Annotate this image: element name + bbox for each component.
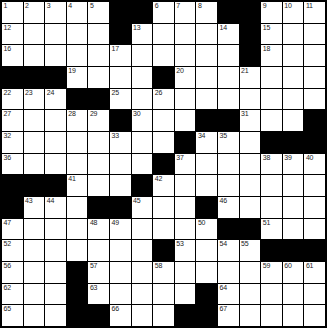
black-cell-r6c11 <box>218 110 239 131</box>
clue-number-7: 7 <box>176 2 180 10</box>
black-cell-r3c12 <box>240 45 261 66</box>
clue-number-30: 30 <box>133 110 140 118</box>
white-cell-r8c15[interactable]: 40 <box>304 154 325 175</box>
black-cell-r5c4 <box>67 89 88 110</box>
clue-number-35: 35 <box>220 132 227 140</box>
white-cell-r3c11[interactable] <box>218 45 239 66</box>
white-cell-r5c10[interactable] <box>196 89 217 110</box>
clue-number-3: 3 <box>47 2 51 10</box>
white-cell-r10c13[interactable] <box>261 197 282 218</box>
black-cell-r4c3 <box>45 67 66 88</box>
white-cell-r10c3[interactable]: 44 <box>45 197 66 218</box>
black-cell-r11c11 <box>218 219 239 240</box>
clue-number-21: 21 <box>241 67 248 75</box>
white-cell-r12c10[interactable] <box>196 240 217 261</box>
white-cell-r6c9[interactable] <box>175 110 196 131</box>
white-cell-r13c5[interactable]: 57 <box>88 262 109 283</box>
clue-number-15: 15 <box>263 24 270 32</box>
white-cell-r9c9[interactable] <box>175 175 196 196</box>
clue-number-44: 44 <box>47 197 54 205</box>
white-cell-r11c14[interactable] <box>283 219 304 240</box>
white-cell-r2c11[interactable]: 14 <box>218 24 239 45</box>
black-cell-r1c12 <box>240 2 261 23</box>
white-cell-r2c1[interactable]: 12 <box>2 24 23 45</box>
white-cell-r8c9[interactable]: 37 <box>175 154 196 175</box>
clue-number-18: 18 <box>263 45 270 53</box>
clue-number-9: 9 <box>263 2 267 10</box>
white-cell-r6c8[interactable] <box>153 110 174 131</box>
clue-number-11: 11 <box>306 2 313 10</box>
white-cell-r8c7[interactable] <box>132 154 153 175</box>
white-cell-r12c2[interactable] <box>24 240 45 261</box>
black-cell-r6c6 <box>110 110 131 131</box>
white-cell-r3c8[interactable] <box>153 45 174 66</box>
white-cell-r14c1[interactable]: 62 <box>2 284 23 305</box>
crossword-grid: 1234567891011121314151617181920212223242… <box>0 0 327 328</box>
clue-number-48: 48 <box>90 219 97 227</box>
clue-number-61: 61 <box>306 262 313 270</box>
white-cell-r8c5[interactable] <box>88 154 109 175</box>
clue-number-24: 24 <box>47 89 54 97</box>
white-cell-r10c9[interactable] <box>175 197 196 218</box>
clue-number-14: 14 <box>220 24 227 32</box>
black-cell-r2c6 <box>110 24 131 45</box>
white-cell-r14c9[interactable] <box>175 284 196 305</box>
white-cell-r13c15[interactable]: 61 <box>304 262 325 283</box>
clue-number-28: 28 <box>68 110 75 118</box>
white-cell-r5c7[interactable] <box>132 89 153 110</box>
white-cell-r1c8[interactable]: 6 <box>153 2 174 23</box>
clue-number-12: 12 <box>4 24 11 32</box>
white-cell-r13c14[interactable]: 60 <box>283 262 304 283</box>
clue-number-41: 41 <box>68 175 75 183</box>
clue-number-1: 1 <box>4 2 8 10</box>
clue-number-25: 25 <box>112 89 119 97</box>
white-cell-r2c8[interactable] <box>153 24 174 45</box>
clue-number-34: 34 <box>198 132 205 140</box>
clue-number-26: 26 <box>155 89 162 97</box>
clue-number-46: 46 <box>220 197 227 205</box>
white-cell-r15c11[interactable]: 67 <box>218 305 239 326</box>
white-cell-r13c9[interactable] <box>175 262 196 283</box>
white-cell-r2c14[interactable] <box>283 24 304 45</box>
white-cell-r7c7[interactable] <box>132 132 153 153</box>
white-cell-r9c12[interactable] <box>240 175 261 196</box>
clue-number-64: 64 <box>220 284 227 292</box>
white-cell-r12c5[interactable] <box>88 240 109 261</box>
white-cell-r13c1[interactable]: 56 <box>2 262 23 283</box>
black-cell-r9c3 <box>45 175 66 196</box>
clue-number-49: 49 <box>112 219 119 227</box>
white-cell-r9c6[interactable] <box>110 175 131 196</box>
white-cell-r10c8[interactable] <box>153 197 174 218</box>
clue-number-67: 67 <box>220 305 227 313</box>
clue-number-36: 36 <box>4 154 11 162</box>
white-cell-r2c13[interactable]: 15 <box>261 24 282 45</box>
white-cell-r8c10[interactable] <box>196 154 217 175</box>
white-cell-r2c9[interactable] <box>175 24 196 45</box>
white-cell-r3c5[interactable] <box>88 45 109 66</box>
white-cell-r11c3[interactable] <box>45 219 66 240</box>
white-cell-r2c10[interactable] <box>196 24 217 45</box>
white-cell-r7c8[interactable] <box>153 132 174 153</box>
clue-number-19: 19 <box>68 67 75 75</box>
white-cell-r8c14[interactable]: 39 <box>283 154 304 175</box>
white-cell-r4c4[interactable]: 19 <box>67 67 88 88</box>
white-cell-r15c2[interactable] <box>24 305 45 326</box>
white-cell-r15c3[interactable] <box>45 305 66 326</box>
clue-number-20: 20 <box>176 67 183 75</box>
white-cell-r9c13[interactable] <box>261 175 282 196</box>
white-cell-r7c4[interactable] <box>67 132 88 153</box>
white-cell-r13c2[interactable] <box>24 262 45 283</box>
white-cell-r7c1[interactable]: 32 <box>2 132 23 153</box>
white-cell-r13c8[interactable]: 58 <box>153 262 174 283</box>
white-cell-r9c8[interactable]: 42 <box>153 175 174 196</box>
white-cell-r9c5[interactable] <box>88 175 109 196</box>
white-cell-r1c13[interactable]: 9 <box>261 2 282 23</box>
white-cell-r8c1[interactable]: 36 <box>2 154 23 175</box>
clue-number-29: 29 <box>90 110 97 118</box>
black-cell-r12c14 <box>283 240 304 261</box>
clue-number-57: 57 <box>90 262 97 270</box>
white-cell-r6c5[interactable]: 29 <box>88 110 109 131</box>
black-cell-r1c11 <box>218 2 239 23</box>
clue-number-27: 27 <box>4 110 11 118</box>
clue-number-17: 17 <box>112 45 119 53</box>
black-cell-r15c10 <box>196 305 217 326</box>
white-cell-r2c3[interactable] <box>45 24 66 45</box>
white-cell-r7c3[interactable] <box>45 132 66 153</box>
white-cell-r5c12[interactable] <box>240 89 261 110</box>
white-cell-r15c6[interactable]: 66 <box>110 305 131 326</box>
black-cell-r4c2 <box>24 67 45 88</box>
white-cell-r8c12[interactable] <box>240 154 261 175</box>
clue-number-10: 10 <box>284 2 291 10</box>
clue-number-38: 38 <box>263 154 270 162</box>
black-cell-r15c5 <box>88 305 109 326</box>
white-cell-r1c10[interactable]: 8 <box>196 2 217 23</box>
clue-number-33: 33 <box>112 132 119 140</box>
clue-number-8: 8 <box>198 2 202 10</box>
black-cell-r15c9 <box>175 305 196 326</box>
black-cell-r14c4 <box>67 284 88 305</box>
white-cell-r11c5[interactable]: 48 <box>88 219 109 240</box>
white-cell-r5c3[interactable]: 24 <box>45 89 66 110</box>
clue-number-45: 45 <box>133 197 140 205</box>
white-cell-r4c5[interactable] <box>88 67 109 88</box>
black-cell-r12c13 <box>261 240 282 261</box>
clue-number-47: 47 <box>4 219 11 227</box>
clue-number-65: 65 <box>4 305 11 313</box>
white-cell-r4c11[interactable] <box>218 67 239 88</box>
clue-number-5: 5 <box>90 2 94 10</box>
white-cell-r3c2[interactable] <box>24 45 45 66</box>
white-cell-r11c10[interactable]: 50 <box>196 219 217 240</box>
white-cell-r10c14[interactable] <box>283 197 304 218</box>
clue-number-23: 23 <box>25 89 32 97</box>
white-cell-r13c3[interactable] <box>45 262 66 283</box>
white-cell-r11c9[interactable] <box>175 219 196 240</box>
clue-number-4: 4 <box>68 2 72 10</box>
white-cell-r13c11[interactable] <box>218 262 239 283</box>
white-cell-r11c7[interactable] <box>132 219 153 240</box>
white-cell-r4c7[interactable] <box>132 67 153 88</box>
black-cell-r15c4 <box>67 305 88 326</box>
black-cell-r13c4 <box>67 262 88 283</box>
black-cell-r7c14 <box>283 132 304 153</box>
white-cell-r7c11[interactable]: 35 <box>218 132 239 153</box>
clue-number-43: 43 <box>25 197 32 205</box>
black-cell-r7c13 <box>261 132 282 153</box>
white-cell-r4c12[interactable]: 21 <box>240 67 261 88</box>
black-cell-r10c5 <box>88 197 109 218</box>
black-cell-r4c1 <box>2 67 23 88</box>
white-cell-r4c13[interactable] <box>261 67 282 88</box>
white-cell-r14c13[interactable] <box>261 284 282 305</box>
white-cell-r6c13[interactable] <box>261 110 282 131</box>
white-cell-r15c12[interactable] <box>240 305 261 326</box>
white-cell-r7c2[interactable] <box>24 132 45 153</box>
black-cell-r7c9 <box>175 132 196 153</box>
white-cell-r1c1[interactable]: 1 <box>2 2 23 23</box>
white-cell-r15c7[interactable] <box>132 305 153 326</box>
white-cell-r15c15[interactable] <box>304 305 325 326</box>
white-cell-r10c15[interactable] <box>304 197 325 218</box>
white-cell-r13c12[interactable] <box>240 262 261 283</box>
white-cell-r8c3[interactable] <box>45 154 66 175</box>
clue-number-60: 60 <box>284 262 291 270</box>
white-cell-r14c15[interactable] <box>304 284 325 305</box>
white-cell-r6c7[interactable]: 30 <box>132 110 153 131</box>
white-cell-r2c5[interactable] <box>88 24 109 45</box>
white-cell-r2c15[interactable] <box>304 24 325 45</box>
clue-number-59: 59 <box>263 262 270 270</box>
white-cell-r13c10[interactable] <box>196 262 217 283</box>
white-cell-r5c13[interactable] <box>261 89 282 110</box>
white-cell-r3c6[interactable]: 17 <box>110 45 131 66</box>
clue-number-66: 66 <box>112 305 119 313</box>
black-cell-r10c1 <box>2 197 23 218</box>
white-cell-r3c1[interactable]: 16 <box>2 45 23 66</box>
white-cell-r5c6[interactable]: 25 <box>110 89 131 110</box>
white-cell-r13c7[interactable] <box>132 262 153 283</box>
black-cell-r7c15 <box>304 132 325 153</box>
white-cell-r2c4[interactable] <box>67 24 88 45</box>
white-cell-r9c10[interactable] <box>196 175 217 196</box>
white-cell-r4c15[interactable] <box>304 67 325 88</box>
white-cell-r11c15[interactable] <box>304 219 325 240</box>
white-cell-r12c1[interactable]: 52 <box>2 240 23 261</box>
white-cell-r15c13[interactable] <box>261 305 282 326</box>
white-cell-r6c1[interactable]: 27 <box>2 110 23 131</box>
white-cell-r11c6[interactable]: 49 <box>110 219 131 240</box>
black-cell-r1c7 <box>132 2 153 23</box>
clue-number-58: 58 <box>155 262 162 270</box>
black-cell-r6c15 <box>304 110 325 131</box>
white-cell-r15c1[interactable]: 65 <box>2 305 23 326</box>
white-cell-r12c3[interactable] <box>45 240 66 261</box>
white-cell-r6c14[interactable] <box>283 110 304 131</box>
black-cell-r8c8 <box>153 154 174 175</box>
black-cell-r5c5 <box>88 89 109 110</box>
white-cell-r10c11[interactable]: 46 <box>218 197 239 218</box>
white-cell-r5c2[interactable]: 23 <box>24 89 45 110</box>
clue-number-40: 40 <box>306 154 313 162</box>
white-cell-r5c1[interactable]: 22 <box>2 89 23 110</box>
white-cell-r12c7[interactable] <box>132 240 153 261</box>
clue-number-56: 56 <box>4 262 11 270</box>
black-cell-r9c1 <box>2 175 23 196</box>
white-cell-r1c4[interactable]: 4 <box>67 2 88 23</box>
white-cell-r5c9[interactable] <box>175 89 196 110</box>
white-cell-r10c12[interactable] <box>240 197 261 218</box>
white-cell-r14c8[interactable] <box>153 284 174 305</box>
black-cell-r9c7 <box>132 175 153 196</box>
white-cell-r6c3[interactable] <box>45 110 66 131</box>
white-cell-r11c8[interactable] <box>153 219 174 240</box>
white-cell-r12c12[interactable]: 55 <box>240 240 261 261</box>
white-cell-r9c11[interactable] <box>218 175 239 196</box>
white-cell-r8c4[interactable] <box>67 154 88 175</box>
black-cell-r14c10 <box>196 284 217 305</box>
white-cell-r14c12[interactable] <box>240 284 261 305</box>
white-cell-r12c6[interactable] <box>110 240 131 261</box>
clue-number-63: 63 <box>90 284 97 292</box>
white-cell-r14c14[interactable] <box>283 284 304 305</box>
white-cell-r15c14[interactable] <box>283 305 304 326</box>
white-cell-r3c15[interactable] <box>304 45 325 66</box>
black-cell-r6c10 <box>196 110 217 131</box>
white-cell-r3c3[interactable] <box>45 45 66 66</box>
white-cell-r10c2[interactable]: 43 <box>24 197 45 218</box>
white-cell-r11c13[interactable]: 51 <box>261 219 282 240</box>
white-cell-r11c2[interactable] <box>24 219 45 240</box>
white-cell-r1c2[interactable]: 2 <box>24 2 45 23</box>
white-cell-r3c7[interactable] <box>132 45 153 66</box>
white-cell-r6c12[interactable]: 31 <box>240 110 261 131</box>
white-cell-r4c6[interactable] <box>110 67 131 88</box>
clue-number-22: 22 <box>4 89 11 97</box>
white-cell-r1c9[interactable]: 7 <box>175 2 196 23</box>
black-cell-r10c6 <box>110 197 131 218</box>
clue-number-51: 51 <box>263 219 270 227</box>
white-cell-r6c2[interactable] <box>24 110 45 131</box>
white-cell-r2c2[interactable] <box>24 24 45 45</box>
white-cell-r2c7[interactable]: 13 <box>132 24 153 45</box>
black-cell-r11c12 <box>240 219 261 240</box>
white-cell-r7c10[interactable]: 34 <box>196 132 217 153</box>
white-cell-r14c6[interactable] <box>110 284 131 305</box>
clue-number-13: 13 <box>133 24 140 32</box>
white-cell-r11c1[interactable]: 47 <box>2 219 23 240</box>
black-cell-r4c8 <box>153 67 174 88</box>
black-cell-r1c6 <box>110 2 131 23</box>
white-cell-r5c8[interactable]: 26 <box>153 89 174 110</box>
black-cell-r2c12 <box>240 24 261 45</box>
white-cell-r7c6[interactable]: 33 <box>110 132 131 153</box>
white-cell-r3c9[interactable] <box>175 45 196 66</box>
white-cell-r3c4[interactable] <box>67 45 88 66</box>
clue-number-54: 54 <box>220 240 227 248</box>
white-cell-r9c14[interactable] <box>283 175 304 196</box>
white-cell-r9c4[interactable]: 41 <box>67 175 88 196</box>
white-cell-r14c5[interactable]: 63 <box>88 284 109 305</box>
white-cell-r1c14[interactable]: 10 <box>283 2 304 23</box>
white-cell-r3c14[interactable] <box>283 45 304 66</box>
white-cell-r1c15[interactable]: 11 <box>304 2 325 23</box>
white-cell-r7c5[interactable] <box>88 132 109 153</box>
white-cell-r4c14[interactable] <box>283 67 304 88</box>
white-cell-r12c9[interactable]: 53 <box>175 240 196 261</box>
white-cell-r8c13[interactable]: 38 <box>261 154 282 175</box>
clue-number-31: 31 <box>241 110 248 118</box>
white-cell-r12c11[interactable]: 54 <box>218 240 239 261</box>
white-cell-r1c3[interactable]: 3 <box>45 2 66 23</box>
white-cell-r12c4[interactable] <box>67 240 88 261</box>
white-cell-r10c4[interactable] <box>67 197 88 218</box>
white-cell-r14c11[interactable]: 64 <box>218 284 239 305</box>
white-cell-r10c7[interactable]: 45 <box>132 197 153 218</box>
clue-number-52: 52 <box>4 240 11 248</box>
clue-number-16: 16 <box>4 45 11 53</box>
white-cell-r3c13[interactable]: 18 <box>261 45 282 66</box>
white-cell-r14c2[interactable] <box>24 284 45 305</box>
white-cell-r13c6[interactable] <box>110 262 131 283</box>
white-cell-r3c10[interactable] <box>196 45 217 66</box>
white-cell-r14c3[interactable] <box>45 284 66 305</box>
white-cell-r15c8[interactable] <box>153 305 174 326</box>
clue-number-42: 42 <box>155 175 162 183</box>
clue-number-39: 39 <box>284 154 291 162</box>
clue-number-55: 55 <box>241 240 248 248</box>
black-cell-r10c10 <box>196 197 217 218</box>
white-cell-r14c7[interactable] <box>132 284 153 305</box>
white-cell-r4c10[interactable] <box>196 67 217 88</box>
white-cell-r5c14[interactable] <box>283 89 304 110</box>
white-cell-r13c13[interactable]: 59 <box>261 262 282 283</box>
clue-number-6: 6 <box>155 2 159 10</box>
white-cell-r5c15[interactable] <box>304 89 325 110</box>
white-cell-r8c2[interactable] <box>24 154 45 175</box>
black-cell-r9c2 <box>24 175 45 196</box>
clue-number-32: 32 <box>4 132 11 140</box>
white-cell-r8c11[interactable] <box>218 154 239 175</box>
white-cell-r6c4[interactable]: 28 <box>67 110 88 131</box>
clue-number-2: 2 <box>25 2 29 10</box>
clue-number-50: 50 <box>198 219 205 227</box>
white-cell-r5c11[interactable] <box>218 89 239 110</box>
white-cell-r1c5[interactable]: 5 <box>88 2 109 23</box>
white-cell-r11c4[interactable] <box>67 219 88 240</box>
clue-number-37: 37 <box>176 154 183 162</box>
black-cell-r12c15 <box>304 240 325 261</box>
white-cell-r8c6[interactable] <box>110 154 131 175</box>
black-cell-r12c8 <box>153 240 174 261</box>
white-cell-r4c9[interactable]: 20 <box>175 67 196 88</box>
clue-number-53: 53 <box>176 240 183 248</box>
white-cell-r9c15[interactable] <box>304 175 325 196</box>
clue-number-62: 62 <box>4 284 11 292</box>
white-cell-r7c12[interactable] <box>240 132 261 153</box>
